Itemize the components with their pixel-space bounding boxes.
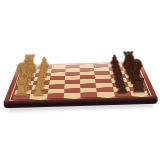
piece-white-rook: ♜ [12,79,30,99]
piece-white-pawn: ♟ [31,83,45,98]
piece-black-rook: ♜ [130,76,148,96]
piece-black-pawn: ♟ [115,80,129,95]
pieces-layer: ♜♟♟♜♞♟♟♞♝♟♟♝♚♟♟♚♛♟♟♛♝♟♟♝♞♟♟♞♜♟♟♜ [1,0,160,160]
board-scene: ♜♟♟♜♞♟♟♞♝♟♟♝♚♟♟♚♛♟♟♛♝♟♟♝♞♟♟♞♜♟♟♜ [1,0,160,160]
chess-set-photo: ♜♟♟♜♞♟♟♞♝♟♟♝♚♟♟♚♛♟♟♛♝♟♟♝♞♟♟♞♜♟♟♜ [0,0,160,160]
